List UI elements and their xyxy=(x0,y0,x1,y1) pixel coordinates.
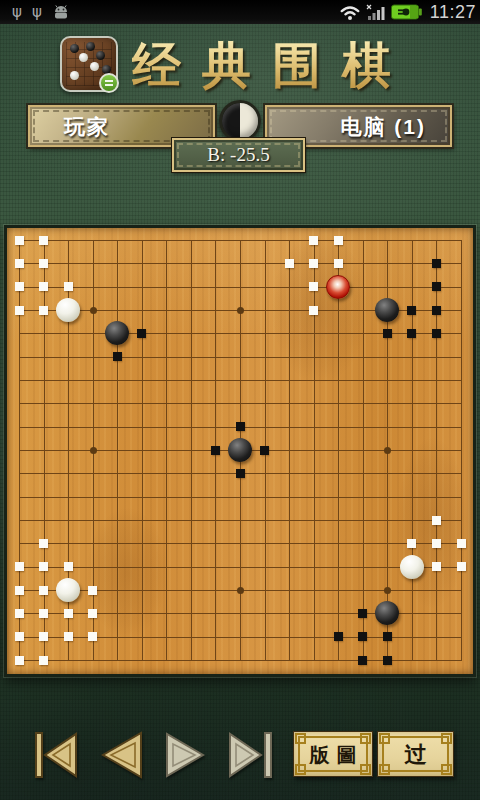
battery-charging-icon xyxy=(391,4,422,20)
score-estimate-text: B: -25.5 xyxy=(207,140,269,170)
white-territory-marker xyxy=(15,562,24,571)
status-bar: ψ ψ xyxy=(0,0,480,24)
white-stone xyxy=(56,578,80,602)
white-territory-marker xyxy=(39,282,48,291)
black-stone xyxy=(375,298,399,322)
territory-button-label: 版圖 xyxy=(310,744,364,766)
score-plaque: B: -25.5 xyxy=(172,138,305,172)
white-territory-marker xyxy=(457,539,466,548)
grid-line xyxy=(289,240,290,661)
white-territory-marker xyxy=(334,236,343,245)
grid-line xyxy=(338,240,339,661)
white-territory-marker xyxy=(309,282,318,291)
skip-to-end-icon xyxy=(228,731,276,779)
white-territory-marker xyxy=(432,562,441,571)
white-territory-marker xyxy=(15,236,24,245)
black-territory-marker xyxy=(236,422,245,431)
black-territory-marker xyxy=(137,329,146,338)
grid-line xyxy=(19,660,462,661)
app-icon xyxy=(60,36,118,92)
clock-text: 11:27 xyxy=(430,2,476,23)
white-stone xyxy=(400,555,424,579)
red-stone xyxy=(326,275,350,299)
status-right-icons: 11:27 xyxy=(339,0,476,24)
black-territory-marker xyxy=(432,259,441,268)
white-territory-marker xyxy=(15,306,24,315)
white-territory-marker xyxy=(15,609,24,618)
white-territory-marker xyxy=(39,539,48,548)
grid-line xyxy=(19,497,462,498)
black-territory-marker xyxy=(432,306,441,315)
star-point xyxy=(237,307,244,314)
white-territory-marker xyxy=(15,656,24,665)
white-territory-marker xyxy=(39,632,48,641)
star-point xyxy=(384,447,391,454)
grid-line xyxy=(436,240,437,661)
white-territory-marker xyxy=(39,586,48,595)
previous-move-icon xyxy=(96,731,144,779)
black-territory-marker xyxy=(358,632,367,641)
black-territory-marker xyxy=(358,656,367,665)
black-territory-marker xyxy=(407,329,416,338)
white-territory-marker xyxy=(39,562,48,571)
nav-first-button[interactable] xyxy=(32,731,80,779)
nav-last-button[interactable] xyxy=(228,731,276,779)
black-territory-marker xyxy=(383,632,392,641)
grid-line xyxy=(19,567,462,568)
app-icon-badge xyxy=(99,73,119,93)
white-stone xyxy=(56,298,80,322)
status-left-icons: ψ ψ xyxy=(12,5,70,20)
grid-line xyxy=(412,240,413,661)
white-territory-marker xyxy=(64,282,73,291)
black-territory-marker xyxy=(432,329,441,338)
black-stone xyxy=(228,438,252,462)
white-territory-marker xyxy=(309,236,318,245)
black-territory-marker xyxy=(358,609,367,618)
grid-line xyxy=(19,543,462,544)
pass-button[interactable]: 过 xyxy=(377,731,454,777)
grid-line xyxy=(19,637,462,638)
grid-line xyxy=(461,240,462,661)
next-move-icon xyxy=(164,731,212,779)
star-point xyxy=(90,447,97,454)
turn-indicator-stone-icon xyxy=(219,100,261,142)
skip-to-start-icon xyxy=(32,731,80,779)
white-territory-marker xyxy=(64,562,73,571)
white-territory-marker xyxy=(15,282,24,291)
white-territory-marker xyxy=(432,516,441,525)
grid-line xyxy=(314,240,315,661)
star-point xyxy=(90,307,97,314)
white-territory-marker xyxy=(285,259,294,268)
app-title: 经典围棋 xyxy=(132,37,480,95)
wifi-icon xyxy=(339,2,361,22)
white-territory-marker xyxy=(88,586,97,595)
screen: ψ ψ xyxy=(0,0,480,800)
white-territory-marker xyxy=(15,259,24,268)
black-territory-marker xyxy=(113,352,122,361)
white-territory-marker xyxy=(309,306,318,315)
white-territory-marker xyxy=(88,609,97,618)
white-territory-marker xyxy=(15,632,24,641)
white-territory-marker xyxy=(39,259,48,268)
white-territory-marker xyxy=(39,656,48,665)
territory-button[interactable]: 版圖 xyxy=(293,731,373,777)
white-territory-marker xyxy=(39,306,48,315)
black-territory-marker xyxy=(334,632,343,641)
usb-icon: ψ xyxy=(12,5,22,20)
white-territory-marker xyxy=(64,632,73,641)
black-territory-marker xyxy=(260,446,269,455)
grid-line xyxy=(363,240,364,661)
white-territory-marker xyxy=(64,609,73,618)
nav-previous-button[interactable] xyxy=(96,731,144,779)
black-stone xyxy=(375,601,399,625)
star-point xyxy=(237,587,244,594)
black-territory-marker xyxy=(236,469,245,478)
black-territory-marker xyxy=(211,446,220,455)
black-territory-marker xyxy=(383,329,392,338)
android-icon xyxy=(52,5,70,19)
white-territory-marker xyxy=(457,562,466,571)
white-territory-marker xyxy=(334,259,343,268)
black-territory-marker xyxy=(383,656,392,665)
white-territory-marker xyxy=(407,539,416,548)
star-point xyxy=(384,587,391,594)
white-territory-marker xyxy=(432,539,441,548)
white-territory-marker xyxy=(39,236,48,245)
black-territory-marker xyxy=(407,306,416,315)
nav-next-button[interactable] xyxy=(164,731,212,779)
go-board[interactable] xyxy=(4,225,476,677)
pass-button-label: 过 xyxy=(405,742,427,767)
white-territory-marker xyxy=(309,259,318,268)
white-territory-marker xyxy=(88,632,97,641)
player-black-label: 玩家 xyxy=(64,107,110,149)
signal-strength-icon xyxy=(366,3,386,21)
player-white-label: 电脑 (1) xyxy=(341,107,427,149)
black-stone xyxy=(105,321,129,345)
black-territory-marker xyxy=(432,282,441,291)
usb-icon: ψ xyxy=(32,5,42,20)
white-territory-marker xyxy=(15,586,24,595)
grid-line xyxy=(19,520,462,521)
white-territory-marker xyxy=(39,609,48,618)
